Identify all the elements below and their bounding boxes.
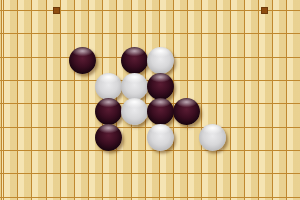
game-screen [0, 0, 300, 200]
white-stone [121, 73, 148, 100]
black-stone [95, 124, 122, 151]
white-stone [95, 73, 122, 100]
black-stone [147, 98, 174, 125]
white-stone [147, 124, 174, 151]
hoshi-marker [53, 7, 60, 14]
black-stone [95, 98, 122, 125]
black-stone [173, 98, 200, 125]
gomoku-board[interactable] [0, 0, 300, 200]
white-stone [199, 124, 226, 151]
white-stone [147, 47, 174, 74]
hoshi-marker [261, 7, 268, 14]
black-stone [147, 73, 174, 100]
black-stone [69, 47, 96, 74]
white-stone [121, 98, 148, 125]
black-stone [121, 47, 148, 74]
